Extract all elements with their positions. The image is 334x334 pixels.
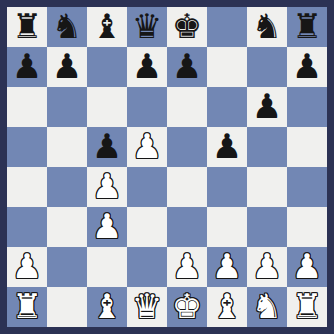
square-c7[interactable] bbox=[87, 47, 127, 87]
square-d4[interactable] bbox=[127, 167, 167, 207]
square-d7[interactable]: ♟ bbox=[127, 47, 167, 87]
square-f8[interactable] bbox=[207, 7, 247, 47]
square-c6[interactable] bbox=[87, 87, 127, 127]
piece-black-pawn[interactable]: ♟ bbox=[292, 47, 322, 86]
piece-white-pawn[interactable]: ♟ bbox=[252, 247, 282, 286]
square-c5[interactable]: ♟ bbox=[87, 127, 127, 167]
square-c8[interactable]: ♝ bbox=[87, 7, 127, 47]
piece-black-rook[interactable]: ♜ bbox=[292, 7, 322, 46]
square-e6[interactable] bbox=[167, 87, 207, 127]
square-c4[interactable]: ♟ bbox=[87, 167, 127, 207]
piece-white-king[interactable]: ♚ bbox=[172, 287, 202, 326]
square-b3[interactable] bbox=[47, 207, 87, 247]
square-h8[interactable]: ♜ bbox=[287, 7, 327, 47]
square-d5[interactable]: ♟ bbox=[127, 127, 167, 167]
square-a8[interactable]: ♜ bbox=[7, 7, 47, 47]
square-e3[interactable] bbox=[167, 207, 207, 247]
piece-white-queen[interactable]: ♛ bbox=[132, 287, 162, 326]
square-d3[interactable] bbox=[127, 207, 167, 247]
piece-black-bishop[interactable]: ♝ bbox=[92, 7, 122, 46]
square-f3[interactable] bbox=[207, 207, 247, 247]
square-b6[interactable] bbox=[47, 87, 87, 127]
square-c3[interactable]: ♟ bbox=[87, 207, 127, 247]
piece-white-rook[interactable]: ♜ bbox=[292, 287, 322, 326]
square-g3[interactable] bbox=[247, 207, 287, 247]
square-f5[interactable]: ♟ bbox=[207, 127, 247, 167]
piece-black-pawn[interactable]: ♟ bbox=[132, 47, 162, 86]
chess-board: ♜♞♝♛♚♞♜♟♟♟♟♟♟♟♟♟♟♟♟♟♟♟♟♜♝♛♚♝♞♜ bbox=[7, 7, 327, 327]
piece-white-pawn[interactable]: ♟ bbox=[212, 247, 242, 286]
piece-white-pawn[interactable]: ♟ bbox=[12, 247, 42, 286]
square-g6[interactable]: ♟ bbox=[247, 87, 287, 127]
square-a5[interactable] bbox=[7, 127, 47, 167]
square-e5[interactable] bbox=[167, 127, 207, 167]
piece-black-pawn[interactable]: ♟ bbox=[212, 127, 242, 166]
square-a1[interactable]: ♜ bbox=[7, 287, 47, 327]
square-a2[interactable]: ♟ bbox=[7, 247, 47, 287]
square-f2[interactable]: ♟ bbox=[207, 247, 247, 287]
square-f4[interactable] bbox=[207, 167, 247, 207]
square-g4[interactable] bbox=[247, 167, 287, 207]
piece-white-pawn[interactable]: ♟ bbox=[292, 247, 322, 286]
piece-white-pawn[interactable]: ♟ bbox=[92, 207, 122, 246]
square-f1[interactable]: ♝ bbox=[207, 287, 247, 327]
piece-black-knight[interactable]: ♞ bbox=[252, 7, 282, 46]
square-e8[interactable]: ♚ bbox=[167, 7, 207, 47]
square-a7[interactable]: ♟ bbox=[7, 47, 47, 87]
square-h5[interactable] bbox=[287, 127, 327, 167]
piece-black-pawn[interactable]: ♟ bbox=[52, 47, 82, 86]
piece-black-knight[interactable]: ♞ bbox=[52, 7, 82, 46]
piece-white-pawn[interactable]: ♟ bbox=[132, 127, 162, 166]
square-g1[interactable]: ♞ bbox=[247, 287, 287, 327]
piece-black-queen[interactable]: ♛ bbox=[132, 7, 162, 46]
square-h7[interactable]: ♟ bbox=[287, 47, 327, 87]
square-h4[interactable] bbox=[287, 167, 327, 207]
piece-white-bishop[interactable]: ♝ bbox=[92, 287, 122, 326]
piece-white-knight[interactable]: ♞ bbox=[252, 287, 282, 326]
square-d1[interactable]: ♛ bbox=[127, 287, 167, 327]
square-g8[interactable]: ♞ bbox=[247, 7, 287, 47]
piece-black-pawn[interactable]: ♟ bbox=[172, 47, 202, 86]
piece-black-pawn[interactable]: ♟ bbox=[252, 87, 282, 126]
square-b7[interactable]: ♟ bbox=[47, 47, 87, 87]
square-h2[interactable]: ♟ bbox=[287, 247, 327, 287]
square-b4[interactable] bbox=[47, 167, 87, 207]
square-d8[interactable]: ♛ bbox=[127, 7, 167, 47]
square-e1[interactable]: ♚ bbox=[167, 287, 207, 327]
square-e7[interactable]: ♟ bbox=[167, 47, 207, 87]
square-b1[interactable] bbox=[47, 287, 87, 327]
piece-black-king[interactable]: ♚ bbox=[172, 7, 202, 46]
piece-white-pawn[interactable]: ♟ bbox=[92, 167, 122, 206]
square-f7[interactable] bbox=[207, 47, 247, 87]
square-h3[interactable] bbox=[287, 207, 327, 247]
square-h6[interactable] bbox=[287, 87, 327, 127]
board-frame: ♜♞♝♛♚♞♜♟♟♟♟♟♟♟♟♟♟♟♟♟♟♟♟♜♝♛♚♝♞♜ bbox=[0, 0, 334, 334]
piece-black-rook[interactable]: ♜ bbox=[12, 7, 42, 46]
square-g2[interactable]: ♟ bbox=[247, 247, 287, 287]
square-c1[interactable]: ♝ bbox=[87, 287, 127, 327]
square-d6[interactable] bbox=[127, 87, 167, 127]
square-d2[interactable] bbox=[127, 247, 167, 287]
square-b8[interactable]: ♞ bbox=[47, 7, 87, 47]
piece-white-pawn[interactable]: ♟ bbox=[172, 247, 202, 286]
piece-black-pawn[interactable]: ♟ bbox=[12, 47, 42, 86]
square-b5[interactable] bbox=[47, 127, 87, 167]
square-g7[interactable] bbox=[247, 47, 287, 87]
piece-white-bishop[interactable]: ♝ bbox=[212, 287, 242, 326]
square-c2[interactable] bbox=[87, 247, 127, 287]
square-e2[interactable]: ♟ bbox=[167, 247, 207, 287]
piece-white-rook[interactable]: ♜ bbox=[12, 287, 42, 326]
square-a4[interactable] bbox=[7, 167, 47, 207]
square-g5[interactable] bbox=[247, 127, 287, 167]
square-h1[interactable]: ♜ bbox=[287, 287, 327, 327]
square-e4[interactable] bbox=[167, 167, 207, 207]
square-f6[interactable] bbox=[207, 87, 247, 127]
square-b2[interactable] bbox=[47, 247, 87, 287]
square-a3[interactable] bbox=[7, 207, 47, 247]
piece-black-pawn[interactable]: ♟ bbox=[92, 127, 122, 166]
square-a6[interactable] bbox=[7, 87, 47, 127]
